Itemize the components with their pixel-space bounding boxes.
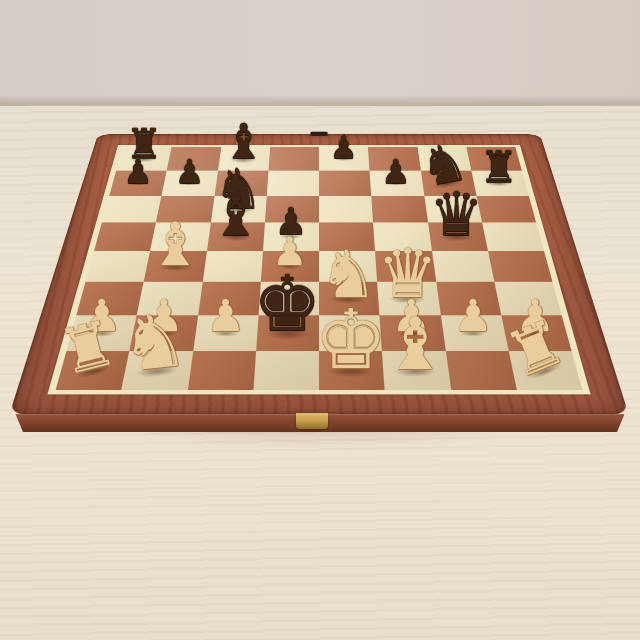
square-d7[interactable] [266,170,318,195]
chessboard-photo-scene: ♜♝♟♟♟♟♞♜♞♝♟♛♝♟♞♛♚♟♟♟♟♟♟♜♞♚♝♜ [0,0,640,640]
square-d4[interactable] [260,251,318,282]
square-f7[interactable] [369,170,423,195]
square-a7[interactable] [109,170,167,195]
square-a5[interactable] [94,222,156,251]
square-h7[interactable] [471,170,529,195]
square-d6[interactable] [264,195,318,222]
clasp-front-icon [296,413,328,429]
square-e2[interactable] [319,315,382,351]
square-b7[interactable] [161,170,217,195]
square-b1[interactable] [121,351,192,390]
square-a8[interactable] [116,147,172,170]
square-g2[interactable] [440,315,508,351]
square-g1[interactable] [445,351,516,390]
square-f8[interactable] [368,147,420,170]
square-f1[interactable] [382,351,451,390]
square-b4[interactable] [143,251,206,282]
square-h8[interactable] [466,147,522,170]
square-h5[interactable] [481,222,543,251]
square-e1[interactable] [319,351,385,390]
square-c7[interactable] [214,170,268,195]
square-g3[interactable] [435,282,500,315]
square-b5[interactable] [150,222,210,251]
square-f4[interactable] [375,251,436,282]
square-h1[interactable] [508,351,582,390]
square-e7[interactable] [319,170,371,195]
square-c8[interactable] [217,147,269,170]
square-h2[interactable] [501,315,572,351]
square-c4[interactable] [202,251,263,282]
square-e4[interactable] [319,251,377,282]
square-g4[interactable] [431,251,494,282]
square-e5[interactable] [319,222,375,251]
square-f2[interactable] [379,315,445,351]
square-b8[interactable] [166,147,220,170]
square-b6[interactable] [156,195,214,222]
square-e6[interactable] [319,195,373,222]
square-c5[interactable] [206,222,264,251]
square-f5[interactable] [373,222,431,251]
square-c3[interactable] [197,282,260,315]
square-f6[interactable] [371,195,427,222]
square-g8[interactable] [417,147,471,170]
square-g6[interactable] [423,195,481,222]
square-c2[interactable] [192,315,258,351]
board-squares [55,147,582,390]
square-d1[interactable] [253,351,319,390]
hinge-icon [310,131,327,135]
square-c6[interactable] [210,195,266,222]
square-a2[interactable] [66,315,137,351]
square-h4[interactable] [487,251,552,282]
square-d8[interactable] [268,147,319,170]
chess-board [0,129,640,423]
square-h6[interactable] [476,195,536,222]
square-a1[interactable] [55,351,129,390]
square-h3[interactable] [494,282,562,315]
square-d2[interactable] [255,315,318,351]
square-e8[interactable] [319,147,370,170]
square-b2[interactable] [129,315,197,351]
square-a3[interactable] [76,282,144,315]
wall [0,0,640,103]
square-d5[interactable] [262,222,318,251]
square-c1[interactable] [187,351,256,390]
square-f3[interactable] [377,282,440,315]
square-e3[interactable] [319,282,380,315]
square-d3[interactable] [258,282,319,315]
square-b3[interactable] [136,282,201,315]
square-a6[interactable] [101,195,161,222]
square-g5[interactable] [427,222,487,251]
square-g7[interactable] [420,170,476,195]
square-a4[interactable] [85,251,150,282]
